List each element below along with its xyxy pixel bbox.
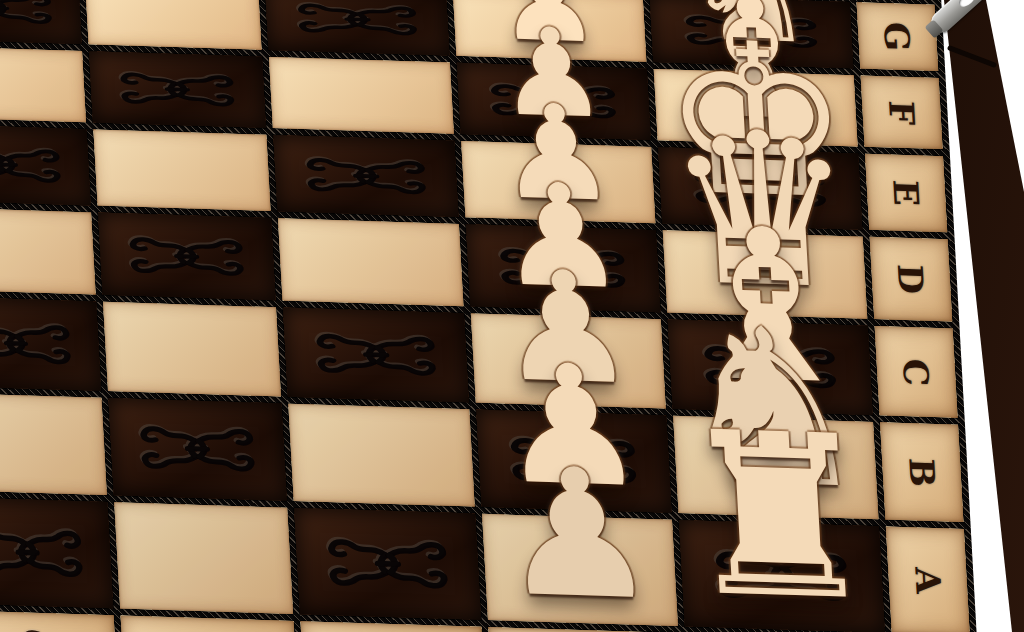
square-a4 xyxy=(114,502,293,614)
chess-board: ♜♟♟♜H♞♟♟♞G♝♟♟♝F♚♟♟♚E♛♟♟♛D♝♟♟♝C♞♟♟♞B♜♟♟♜A… xyxy=(0,0,981,632)
square-f3 xyxy=(269,57,454,134)
square-g3 xyxy=(265,0,450,56)
rank-label-4: 4 xyxy=(121,616,297,632)
rank-label-text: 5 xyxy=(21,625,44,632)
square-g1: ♞ xyxy=(650,0,854,68)
square-b2: ♟ xyxy=(476,410,671,513)
carved-ornament-icon xyxy=(471,75,637,127)
square-e1: ♚ xyxy=(658,147,862,229)
carved-ornament-icon xyxy=(673,161,848,217)
square-c1: ♝ xyxy=(668,320,873,415)
square-b1: ♞ xyxy=(673,416,878,520)
square-e4 xyxy=(93,129,270,211)
board-photo: ♜♟♟♜H♞♟♟♞G♝♟♟♝F♚♟♟♚E♛♟♟♛D♝♟♟♝C♞♟♟♞B♜♟♟♜A… xyxy=(0,0,1024,632)
carved-ornament-icon xyxy=(683,335,858,399)
carved-ornament-icon xyxy=(0,515,101,590)
carved-ornament-icon xyxy=(0,312,89,375)
file-label-a: A xyxy=(886,527,970,632)
square-f2: ♟ xyxy=(457,63,651,140)
carved-ornament-icon xyxy=(287,148,445,203)
carved-ornament-icon xyxy=(308,526,467,601)
file-label-g: G xyxy=(857,2,939,71)
carved-ornament-icon xyxy=(278,0,436,44)
file-label-text: D xyxy=(893,264,929,295)
file-label-text: E xyxy=(888,179,923,206)
file-label-d: D xyxy=(870,237,953,322)
square-d2: ♟ xyxy=(466,224,661,312)
square-e3 xyxy=(273,135,458,217)
hinge-seam xyxy=(947,45,997,68)
square-b4 xyxy=(108,398,286,501)
file-label-text: C xyxy=(898,358,933,386)
carved-ornament-icon xyxy=(694,539,870,615)
square-d1: ♛ xyxy=(663,230,867,318)
square-a2: ♟ xyxy=(482,514,678,626)
carved-ornament-icon xyxy=(121,415,273,484)
carved-ornament-icon xyxy=(296,323,455,387)
file-label-text: B xyxy=(904,457,940,487)
square-c5 xyxy=(0,296,101,390)
square-f1: ♝ xyxy=(654,69,858,146)
square-c3 xyxy=(283,307,469,402)
file-label-f: F xyxy=(861,76,943,150)
carved-ornament-icon xyxy=(102,64,253,116)
square-a3 xyxy=(294,508,481,620)
square-g2: ♟ xyxy=(453,0,647,62)
square-c4 xyxy=(103,302,281,397)
carved-ornament-icon xyxy=(664,8,838,57)
file-label-b: B xyxy=(880,422,963,522)
carved-ornament-icon xyxy=(0,0,69,32)
carved-ornament-icon xyxy=(490,427,657,496)
rank-label-5: 5 xyxy=(0,610,117,632)
rank-label-3: 3 xyxy=(300,621,484,632)
square-a5 xyxy=(0,497,113,608)
square-f5 xyxy=(0,46,86,122)
piece-white-knight: ♞ xyxy=(679,0,819,62)
clasp-eyelet xyxy=(956,0,978,10)
square-d4 xyxy=(98,213,276,301)
square-a1: ♜ xyxy=(679,520,885,632)
square-g4 xyxy=(85,0,262,50)
file-label-c: C xyxy=(875,326,958,418)
file-label-e: E xyxy=(865,154,947,233)
file-label-text: F xyxy=(884,100,919,125)
carved-ornament-icon xyxy=(480,239,646,298)
square-f4 xyxy=(89,51,266,128)
file-label-text: A xyxy=(910,567,945,595)
square-d5 xyxy=(0,207,96,294)
carved-ornament-icon xyxy=(0,137,78,192)
piece-white-pawn: ♟ xyxy=(495,0,601,55)
square-g5 xyxy=(0,0,82,44)
file-label-text: G xyxy=(880,22,916,52)
square-b5 xyxy=(0,393,107,495)
square-e2: ♟ xyxy=(461,141,655,223)
rank-label-2: 2 xyxy=(488,627,681,632)
square-e5 xyxy=(0,124,91,205)
carved-ornament-icon xyxy=(111,227,263,286)
square-d3 xyxy=(278,218,464,306)
square-b3 xyxy=(288,404,474,507)
square-c2: ♟ xyxy=(471,313,666,408)
